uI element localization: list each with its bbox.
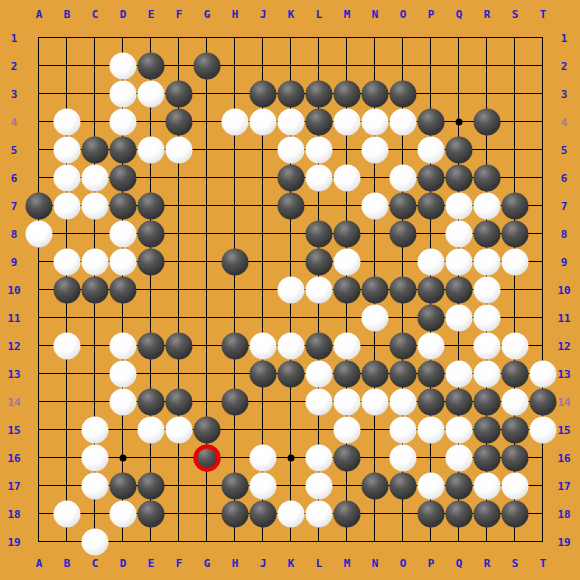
- stone-white[interactable]: [25, 220, 52, 247]
- stone-black[interactable]: [445, 388, 472, 415]
- stone-black[interactable]: [473, 108, 500, 135]
- row-label-right-1: 1: [561, 32, 568, 45]
- column-label-bottom-C: C: [92, 557, 99, 570]
- stone-white[interactable]: [81, 472, 108, 499]
- row-label-right-9: 9: [561, 256, 568, 269]
- stone-white[interactable]: [333, 248, 360, 275]
- column-label-top-T: T: [540, 8, 547, 21]
- row-label-left-7: 7: [11, 200, 18, 213]
- stone-white[interactable]: [53, 108, 80, 135]
- row-label-left-19: 19: [7, 536, 20, 549]
- hoshi-dot: [119, 454, 126, 461]
- stone-black[interactable]: [109, 164, 136, 191]
- row-label-right-14: 14: [557, 396, 570, 409]
- stone-white[interactable]: [109, 500, 136, 527]
- stone-black[interactable]: [445, 136, 472, 163]
- stone-white[interactable]: [501, 388, 528, 415]
- stone-black[interactable]: [389, 192, 416, 219]
- stone-black[interactable]: [137, 52, 164, 79]
- stone-black[interactable]: [361, 360, 388, 387]
- column-label-top-C: C: [92, 8, 99, 21]
- stone-white[interactable]: [333, 388, 360, 415]
- stone-black[interactable]: [417, 108, 444, 135]
- stone-white[interactable]: [473, 192, 500, 219]
- stone-white[interactable]: [277, 500, 304, 527]
- stone-black[interactable]: [137, 248, 164, 275]
- stone-white[interactable]: [53, 164, 80, 191]
- column-label-top-S: S: [512, 8, 519, 21]
- column-label-top-D: D: [120, 8, 127, 21]
- stone-black[interactable]: [165, 332, 192, 359]
- stone-black[interactable]: [137, 192, 164, 219]
- row-label-left-15: 15: [7, 424, 20, 437]
- stone-black[interactable]: [473, 388, 500, 415]
- stone-black[interactable]: [389, 80, 416, 107]
- stone-black[interactable]: [361, 276, 388, 303]
- stone-black[interactable]: [417, 304, 444, 331]
- stone-white[interactable]: [137, 80, 164, 107]
- stone-white[interactable]: [305, 388, 332, 415]
- stone-black[interactable]: [389, 332, 416, 359]
- stone-black[interactable]: [501, 444, 528, 471]
- stone-black[interactable]: [305, 332, 332, 359]
- stone-black[interactable]: [445, 500, 472, 527]
- stone-black[interactable]: [473, 416, 500, 443]
- stone-white[interactable]: [249, 108, 276, 135]
- stone-white[interactable]: [305, 136, 332, 163]
- stone-white[interactable]: [221, 108, 248, 135]
- stone-black[interactable]: [333, 500, 360, 527]
- column-label-bottom-P: P: [428, 557, 435, 570]
- stone-white[interactable]: [361, 108, 388, 135]
- stone-black[interactable]: [221, 472, 248, 499]
- stone-black[interactable]: [333, 360, 360, 387]
- stone-black[interactable]: [109, 192, 136, 219]
- row-label-right-4: 4: [561, 116, 568, 129]
- column-label-bottom-L: L: [316, 557, 323, 570]
- stone-black[interactable]: [305, 108, 332, 135]
- stone-white[interactable]: [473, 248, 500, 275]
- column-label-top-Q: Q: [456, 8, 463, 21]
- stone-white[interactable]: [53, 332, 80, 359]
- column-label-bottom-F: F: [176, 557, 183, 570]
- stone-black[interactable]: [137, 500, 164, 527]
- column-label-bottom-O: O: [400, 557, 407, 570]
- stone-black[interactable]: [137, 388, 164, 415]
- stone-white[interactable]: [529, 416, 556, 443]
- stone-black[interactable]: [389, 276, 416, 303]
- stone-black[interactable]: [417, 164, 444, 191]
- last-move-marker: [193, 444, 220, 471]
- row-label-right-6: 6: [561, 172, 568, 185]
- stone-white[interactable]: [81, 192, 108, 219]
- column-label-top-H: H: [232, 8, 239, 21]
- stone-white[interactable]: [305, 360, 332, 387]
- stone-black[interactable]: [249, 360, 276, 387]
- stone-black[interactable]: [109, 136, 136, 163]
- stone-white[interactable]: [109, 360, 136, 387]
- row-label-right-3: 3: [561, 88, 568, 101]
- hoshi-dot: [287, 454, 294, 461]
- row-label-left-9: 9: [11, 256, 18, 269]
- stone-white[interactable]: [445, 220, 472, 247]
- stone-white[interactable]: [109, 52, 136, 79]
- stone-white[interactable]: [501, 332, 528, 359]
- stone-black[interactable]: [221, 332, 248, 359]
- stone-white[interactable]: [249, 472, 276, 499]
- stone-white[interactable]: [109, 220, 136, 247]
- stone-black[interactable]: [501, 360, 528, 387]
- stone-black[interactable]: [501, 500, 528, 527]
- row-label-left-14: 14: [7, 396, 20, 409]
- stone-white[interactable]: [417, 416, 444, 443]
- column-label-top-P: P: [428, 8, 435, 21]
- stone-black[interactable]: [333, 276, 360, 303]
- stone-black[interactable]: [221, 388, 248, 415]
- column-label-top-K: K: [288, 8, 295, 21]
- stone-black[interactable]: [389, 220, 416, 247]
- stone-white[interactable]: [361, 304, 388, 331]
- stone-white[interactable]: [417, 136, 444, 163]
- stone-black[interactable]: [389, 472, 416, 499]
- stone-white[interactable]: [137, 416, 164, 443]
- stone-black[interactable]: [25, 192, 52, 219]
- stone-white[interactable]: [473, 304, 500, 331]
- row-label-right-12: 12: [557, 340, 570, 353]
- column-label-bottom-M: M: [344, 557, 351, 570]
- column-label-bottom-N: N: [372, 557, 379, 570]
- stone-black[interactable]: [137, 332, 164, 359]
- row-label-right-15: 15: [557, 424, 570, 437]
- row-label-left-2: 2: [11, 60, 18, 73]
- stone-black[interactable]: [109, 472, 136, 499]
- stone-white[interactable]: [417, 332, 444, 359]
- row-label-left-13: 13: [7, 368, 20, 381]
- stone-black[interactable]: [501, 416, 528, 443]
- column-label-bottom-R: R: [484, 557, 491, 570]
- stone-black[interactable]: [277, 164, 304, 191]
- row-label-right-13: 13: [557, 368, 570, 381]
- stone-black[interactable]: [137, 472, 164, 499]
- row-label-right-2: 2: [561, 60, 568, 73]
- stone-white[interactable]: [109, 108, 136, 135]
- hoshi-dot: [455, 118, 462, 125]
- stone-white[interactable]: [305, 472, 332, 499]
- stone-white[interactable]: [81, 444, 108, 471]
- stone-black[interactable]: [333, 80, 360, 107]
- grid-line-vertical: [542, 37, 543, 542]
- stone-white[interactable]: [305, 444, 332, 471]
- row-label-left-5: 5: [11, 144, 18, 157]
- stone-white[interactable]: [333, 416, 360, 443]
- stone-black[interactable]: [165, 80, 192, 107]
- stone-white[interactable]: [389, 164, 416, 191]
- row-label-right-19: 19: [557, 536, 570, 549]
- column-label-bottom-K: K: [288, 557, 295, 570]
- stone-white[interactable]: [277, 332, 304, 359]
- column-label-bottom-T: T: [540, 557, 547, 570]
- row-label-right-5: 5: [561, 144, 568, 157]
- board-surface[interactable]: AABBCCDDEEFFGGHHJJKKLLMMNNOOPPQQRRSSTT11…: [0, 0, 580, 580]
- stone-white[interactable]: [305, 164, 332, 191]
- stone-black[interactable]: [473, 444, 500, 471]
- row-label-right-10: 10: [557, 284, 570, 297]
- stone-white[interactable]: [81, 416, 108, 443]
- column-label-top-L: L: [316, 8, 323, 21]
- stone-white[interactable]: [81, 248, 108, 275]
- stone-white[interactable]: [445, 304, 472, 331]
- stone-black[interactable]: [333, 220, 360, 247]
- stone-white[interactable]: [389, 388, 416, 415]
- stone-black[interactable]: [305, 248, 332, 275]
- stone-white[interactable]: [81, 164, 108, 191]
- stone-black[interactable]: [165, 108, 192, 135]
- grid-line-horizontal: [38, 541, 543, 542]
- column-label-top-N: N: [372, 8, 379, 21]
- column-label-bottom-H: H: [232, 557, 239, 570]
- stone-black[interactable]: [361, 80, 388, 107]
- stone-black[interactable]: [389, 360, 416, 387]
- stone-black[interactable]: [305, 80, 332, 107]
- stone-black[interactable]: [193, 416, 220, 443]
- stone-black[interactable]: [473, 164, 500, 191]
- stone-black[interactable]: [277, 80, 304, 107]
- stone-black[interactable]: [445, 472, 472, 499]
- stone-white[interactable]: [333, 332, 360, 359]
- stone-white[interactable]: [165, 416, 192, 443]
- column-label-top-F: F: [176, 8, 183, 21]
- stone-black[interactable]: [109, 276, 136, 303]
- column-label-top-J: J: [260, 8, 267, 21]
- stone-white[interactable]: [109, 248, 136, 275]
- stone-white[interactable]: [473, 332, 500, 359]
- column-label-top-O: O: [400, 8, 407, 21]
- stone-white[interactable]: [361, 136, 388, 163]
- stone-black[interactable]: [361, 472, 388, 499]
- row-label-left-6: 6: [11, 172, 18, 185]
- stone-black[interactable]: [473, 500, 500, 527]
- stone-white[interactable]: [473, 276, 500, 303]
- stone-white[interactable]: [333, 164, 360, 191]
- stone-white[interactable]: [473, 472, 500, 499]
- stone-black[interactable]: [81, 136, 108, 163]
- column-label-bottom-G: G: [204, 557, 211, 570]
- row-label-right-17: 17: [557, 480, 570, 493]
- stone-black[interactable]: [249, 500, 276, 527]
- stone-white[interactable]: [333, 108, 360, 135]
- stone-white[interactable]: [305, 276, 332, 303]
- stone-white[interactable]: [109, 80, 136, 107]
- column-label-bottom-E: E: [148, 557, 155, 570]
- stone-white[interactable]: [445, 444, 472, 471]
- stone-black[interactable]: [165, 388, 192, 415]
- stone-white[interactable]: [445, 248, 472, 275]
- stone-white[interactable]: [165, 136, 192, 163]
- stone-white[interactable]: [53, 500, 80, 527]
- stone-black[interactable]: [417, 500, 444, 527]
- stone-white[interactable]: [445, 416, 472, 443]
- stone-white[interactable]: [109, 332, 136, 359]
- stone-white[interactable]: [137, 136, 164, 163]
- column-label-bottom-B: B: [64, 557, 71, 570]
- stone-black[interactable]: [249, 80, 276, 107]
- row-label-right-8: 8: [561, 228, 568, 241]
- column-label-top-R: R: [484, 8, 491, 21]
- column-label-bottom-S: S: [512, 557, 519, 570]
- row-label-left-12: 12: [7, 340, 20, 353]
- stone-black[interactable]: [305, 220, 332, 247]
- stone-black[interactable]: [193, 52, 220, 79]
- stone-white[interactable]: [249, 332, 276, 359]
- stone-white[interactable]: [361, 388, 388, 415]
- column-label-bottom-J: J: [260, 557, 267, 570]
- stone-black[interactable]: [445, 276, 472, 303]
- column-label-bottom-D: D: [120, 557, 127, 570]
- row-label-left-10: 10: [7, 284, 20, 297]
- stone-white[interactable]: [501, 248, 528, 275]
- column-label-top-M: M: [344, 8, 351, 21]
- row-label-left-11: 11: [7, 312, 20, 325]
- stone-white[interactable]: [473, 360, 500, 387]
- stone-white[interactable]: [53, 248, 80, 275]
- row-label-left-16: 16: [7, 452, 20, 465]
- stone-black[interactable]: [417, 192, 444, 219]
- stone-white[interactable]: [445, 192, 472, 219]
- row-label-left-4: 4: [11, 116, 18, 129]
- column-label-top-G: G: [204, 8, 211, 21]
- column-label-bottom-A: A: [36, 557, 43, 570]
- stone-black[interactable]: [221, 248, 248, 275]
- stone-black[interactable]: [417, 360, 444, 387]
- stone-white[interactable]: [277, 108, 304, 135]
- column-label-top-A: A: [36, 8, 43, 21]
- stone-white[interactable]: [277, 276, 304, 303]
- stone-white[interactable]: [389, 108, 416, 135]
- column-label-bottom-Q: Q: [456, 557, 463, 570]
- stone-white[interactable]: [53, 136, 80, 163]
- stone-black[interactable]: [501, 220, 528, 247]
- row-label-left-17: 17: [7, 480, 20, 493]
- go-board[interactable]: AABBCCDDEEFFGGHHJJKKLLMMNNOOPPQQRRSSTT11…: [0, 0, 580, 580]
- stone-white[interactable]: [109, 388, 136, 415]
- stone-black[interactable]: [501, 192, 528, 219]
- row-label-left-3: 3: [11, 88, 18, 101]
- row-label-left-8: 8: [11, 228, 18, 241]
- stone-white[interactable]: [53, 192, 80, 219]
- row-label-right-11: 11: [557, 312, 570, 325]
- column-label-top-E: E: [148, 8, 155, 21]
- stone-white[interactable]: [417, 248, 444, 275]
- stone-white[interactable]: [501, 472, 528, 499]
- stone-black[interactable]: [53, 276, 80, 303]
- row-label-left-18: 18: [7, 508, 20, 521]
- stone-white[interactable]: [445, 360, 472, 387]
- stone-black[interactable]: [445, 164, 472, 191]
- stone-white[interactable]: [305, 500, 332, 527]
- stone-white[interactable]: [81, 528, 108, 555]
- stone-white[interactable]: [389, 444, 416, 471]
- stone-black[interactable]: [333, 444, 360, 471]
- stone-black[interactable]: [277, 360, 304, 387]
- stone-black[interactable]: [473, 220, 500, 247]
- stone-black[interactable]: [277, 192, 304, 219]
- stone-white[interactable]: [529, 360, 556, 387]
- row-label-right-7: 7: [561, 200, 568, 213]
- stone-black[interactable]: [137, 220, 164, 247]
- row-label-right-16: 16: [557, 452, 570, 465]
- stone-white[interactable]: [389, 416, 416, 443]
- stone-black[interactable]: [81, 276, 108, 303]
- stone-white[interactable]: [417, 472, 444, 499]
- stone-white[interactable]: [249, 444, 276, 471]
- stone-black[interactable]: [221, 500, 248, 527]
- stone-black[interactable]: [417, 276, 444, 303]
- stone-white[interactable]: [277, 136, 304, 163]
- stone-black[interactable]: [529, 388, 556, 415]
- stone-black[interactable]: [417, 388, 444, 415]
- stone-white[interactable]: [361, 192, 388, 219]
- row-label-left-1: 1: [11, 32, 18, 45]
- row-label-right-18: 18: [557, 508, 570, 521]
- column-label-top-B: B: [64, 8, 71, 21]
